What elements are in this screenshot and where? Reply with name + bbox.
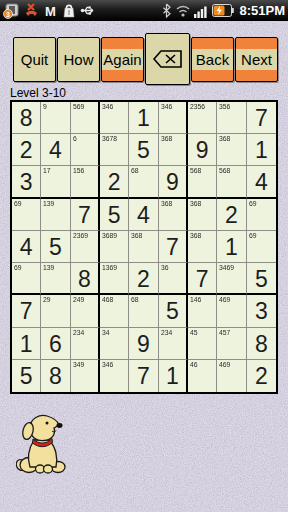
big-digit: 3 bbox=[20, 171, 33, 194]
sudoku-cell-r6c3[interactable]: 8 bbox=[71, 263, 100, 295]
pencil-marks: 368 bbox=[190, 200, 201, 207]
sudoku-cell-r8c3[interactable]: 234 bbox=[71, 328, 100, 360]
sudoku-cell-r8c7[interactable]: 45 bbox=[188, 328, 217, 360]
big-digit: 4 bbox=[49, 139, 62, 162]
next-button[interactable]: Next bbox=[235, 37, 278, 82]
pencil-marks: 139 bbox=[43, 200, 54, 207]
pencil-marks: 368 bbox=[161, 200, 172, 207]
big-digit: 2 bbox=[137, 268, 150, 291]
sudoku-cell-r7c7[interactable]: 146 bbox=[188, 295, 217, 327]
bluetooth-icon bbox=[162, 3, 172, 18]
usb-icon bbox=[80, 3, 96, 18]
dog-eye bbox=[46, 422, 49, 425]
big-digit: 5 bbox=[108, 204, 121, 227]
sudoku-cell-r3c8[interactable]: 568 bbox=[217, 166, 246, 198]
pencil-marks: 68 bbox=[131, 167, 139, 174]
big-digit: 1 bbox=[225, 236, 238, 259]
pencil-marks: 156 bbox=[73, 167, 84, 174]
sudoku-cell-r2c9[interactable]: 1 bbox=[247, 134, 276, 166]
big-digit: 1 bbox=[20, 333, 33, 356]
sudoku-cell-r7c2[interactable]: 29 bbox=[41, 295, 70, 327]
badge-count: 3 bbox=[6, 11, 10, 18]
big-digit: 2 bbox=[108, 171, 121, 194]
sudoku-cell-r4c6[interactable]: 368 bbox=[159, 199, 188, 231]
sudoku-cell-r6c5[interactable]: 2 bbox=[129, 263, 158, 295]
pencil-marks: 457 bbox=[219, 329, 230, 336]
big-digit: 7 bbox=[137, 365, 150, 388]
status-right-icons: 8:51PM bbox=[162, 3, 285, 18]
sudoku-cell-r5c2[interactable]: 5 bbox=[41, 231, 70, 263]
sudoku-cell-r9c5[interactable]: 7 bbox=[129, 360, 158, 392]
sudoku-cell-r5c1[interactable]: 4 bbox=[12, 231, 41, 263]
pencil-marks: 368 bbox=[190, 232, 201, 239]
sudoku-cell-r8c4[interactable]: 34 bbox=[100, 328, 129, 360]
sudoku-cell-r1c8[interactable]: 356 bbox=[217, 102, 246, 134]
pencil-marks: 368 bbox=[131, 232, 142, 239]
sudoku-cell-r1c7[interactable]: 2356 bbox=[188, 102, 217, 134]
big-digit: 1 bbox=[255, 139, 268, 162]
pencil-marks: 68 bbox=[131, 296, 139, 303]
dog-nose bbox=[57, 423, 63, 428]
big-digit: 7 bbox=[196, 268, 209, 291]
big-digit: 8 bbox=[49, 365, 62, 388]
toolbar: QuitHowAgainBackNext bbox=[13, 33, 279, 85]
sudoku-cell-r7c3[interactable]: 249 bbox=[71, 295, 100, 327]
pencil-marks: 249 bbox=[73, 296, 84, 303]
big-digit: 9 bbox=[166, 171, 179, 194]
sudoku-cell-r8c2[interactable]: 6 bbox=[41, 328, 70, 360]
sudoku-cell-r2c2[interactable]: 4 bbox=[41, 134, 70, 166]
big-digit: 5 bbox=[166, 300, 179, 323]
sudoku-cell-r5c3[interactable]: 2369 bbox=[71, 231, 100, 263]
big-digit: 7 bbox=[166, 236, 179, 259]
sudoku-cell-r9c6[interactable]: 1 bbox=[159, 360, 188, 392]
big-digit: 4 bbox=[20, 236, 33, 259]
pencil-marks: 356 bbox=[219, 103, 230, 110]
pencil-marks: 36 bbox=[161, 264, 169, 271]
pencil-marks: 69 bbox=[14, 200, 22, 207]
big-digit: 5 bbox=[20, 365, 33, 388]
big-digit: 1 bbox=[166, 365, 179, 388]
sudoku-cell-r7c9[interactable]: 3 bbox=[247, 295, 276, 327]
sudoku-cell-r5c4[interactable]: 3689 bbox=[100, 231, 129, 263]
svg-text:M: M bbox=[45, 4, 56, 19]
dog-mascot bbox=[16, 412, 68, 474]
big-digit: 5 bbox=[137, 139, 150, 162]
status-bar: 3 M bbox=[0, 0, 288, 21]
wifi-icon bbox=[175, 4, 191, 18]
pencil-marks: 346 bbox=[102, 103, 113, 110]
sudoku-cell-r6c2[interactable]: 139 bbox=[41, 263, 70, 295]
sudoku-cell-r2c5[interactable]: 5 bbox=[129, 134, 158, 166]
backspace-button[interactable] bbox=[145, 33, 190, 85]
sudoku-cell-r3c4[interactable]: 2 bbox=[100, 166, 129, 198]
big-digit: 3 bbox=[255, 300, 268, 323]
signal-strength-icon bbox=[194, 4, 209, 18]
big-digit: 5 bbox=[255, 268, 268, 291]
sudoku-cell-r4c4[interactable]: 5 bbox=[100, 199, 129, 231]
sudoku-cell-r6c4[interactable]: 1369 bbox=[100, 263, 129, 295]
pencil-marks: 69 bbox=[249, 232, 257, 239]
sudoku-cell-r5c7[interactable]: 368 bbox=[188, 231, 217, 263]
sudoku-cell-r2c8[interactable]: 368 bbox=[217, 134, 246, 166]
big-digit: 2 bbox=[225, 204, 238, 227]
pencil-marks: 568 bbox=[190, 167, 201, 174]
big-digit: 1 bbox=[137, 107, 150, 130]
pencil-marks: 3689 bbox=[102, 232, 117, 239]
sudoku-cell-r1c2[interactable]: 9 bbox=[41, 102, 70, 134]
sudoku-cell-r3c7[interactable]: 568 bbox=[188, 166, 217, 198]
big-digit: 8 bbox=[255, 333, 268, 356]
sudoku-cell-r1c9[interactable]: 7 bbox=[247, 102, 276, 134]
sudoku-cell-r7c1[interactable]: 7 bbox=[12, 295, 41, 327]
sudoku-cell-r8c8[interactable]: 457 bbox=[217, 328, 246, 360]
big-digit: 4 bbox=[255, 171, 268, 194]
sudoku-cell-r1c4[interactable]: 346 bbox=[100, 102, 129, 134]
sudoku-cell-r9c4[interactable]: 346 bbox=[100, 360, 129, 392]
pencil-marks: 346 bbox=[102, 361, 113, 368]
sudoku-cell-r6c9[interactable]: 5 bbox=[247, 263, 276, 295]
market-bag-icon bbox=[62, 3, 76, 19]
big-digit: 7 bbox=[20, 300, 33, 323]
sudoku-cell-r4c1[interactable]: 69 bbox=[12, 199, 41, 231]
pencil-marks: 569 bbox=[73, 103, 84, 110]
pencil-marks: 368 bbox=[161, 135, 172, 142]
pencil-marks: 568 bbox=[219, 167, 230, 174]
sudoku-cell-r1c1[interactable]: 8 bbox=[12, 102, 41, 134]
pencil-marks: 146 bbox=[190, 296, 201, 303]
pencil-marks: 46 bbox=[190, 361, 198, 368]
pencil-marks: 368 bbox=[219, 135, 230, 142]
sudoku-cell-r7c5[interactable]: 68 bbox=[129, 295, 158, 327]
sudoku-cell-r8c6[interactable]: 234 bbox=[159, 328, 188, 360]
level-label: Level 3-10 bbox=[10, 86, 66, 100]
status-left-icons: 3 M bbox=[3, 3, 96, 19]
sudoku-cell-r3c3[interactable]: 156 bbox=[71, 166, 100, 198]
sudoku-cell-r7c4[interactable]: 468 bbox=[100, 295, 129, 327]
sudoku-cell-r9c8[interactable]: 469 bbox=[217, 360, 246, 392]
pencil-marks: 468 bbox=[102, 296, 113, 303]
sudoku-cell-r1c5[interactable]: 1 bbox=[129, 102, 158, 134]
sudoku-cell-r3c9[interactable]: 4 bbox=[247, 166, 276, 198]
big-digit: 7 bbox=[78, 204, 91, 227]
sudoku-cell-r4c7[interactable]: 368 bbox=[188, 199, 217, 231]
gmail-icon: M bbox=[43, 3, 58, 18]
sudoku-cell-r7c6[interactable]: 5 bbox=[159, 295, 188, 327]
sudoku-cell-r8c5[interactable]: 9 bbox=[129, 328, 158, 360]
pencil-marks: 234 bbox=[161, 329, 172, 336]
sudoku-cell-r3c5[interactable]: 68 bbox=[129, 166, 158, 198]
clock: 8:51PM bbox=[239, 3, 285, 18]
sudoku-cell-r2c6[interactable]: 368 bbox=[159, 134, 188, 166]
pencil-marks: 1369 bbox=[102, 264, 117, 271]
pencil-marks: 29 bbox=[43, 296, 51, 303]
sudoku-cell-r3c1[interactable]: 3 bbox=[12, 166, 41, 198]
sudoku-cell-r2c1[interactable]: 2 bbox=[12, 134, 41, 166]
sudoku-cell-r4c8[interactable]: 2 bbox=[217, 199, 246, 231]
big-digit: 9 bbox=[196, 139, 209, 162]
sudoku-cell-r7c8[interactable]: 469 bbox=[217, 295, 246, 327]
sudoku-cell-r5c6[interactable]: 7 bbox=[159, 231, 188, 263]
pencil-marks: 6 bbox=[73, 135, 77, 142]
sudoku-cell-r3c2[interactable]: 17 bbox=[41, 166, 70, 198]
big-digit: 2 bbox=[20, 139, 33, 162]
back-button[interactable]: Back bbox=[191, 37, 234, 82]
pencil-marks: 234 bbox=[73, 329, 84, 336]
pencil-marks: 2356 bbox=[190, 103, 205, 110]
pencil-marks: 2369 bbox=[73, 232, 88, 239]
sudoku-cell-r1c6[interactable]: 346 bbox=[159, 102, 188, 134]
pencil-marks: 17 bbox=[43, 167, 51, 174]
pencil-marks: 469 bbox=[219, 296, 230, 303]
pencil-marks: 346 bbox=[161, 103, 172, 110]
battery-charging-icon bbox=[212, 4, 234, 17]
again-button[interactable]: Again bbox=[101, 37, 144, 82]
sudoku-cell-r4c3[interactable]: 7 bbox=[71, 199, 100, 231]
sudoku-cell-r9c1[interactable]: 5 bbox=[12, 360, 41, 392]
sudoku-cell-r5c5[interactable]: 368 bbox=[129, 231, 158, 263]
pencil-marks: 69 bbox=[14, 264, 22, 271]
sudoku-cell-r2c7[interactable]: 9 bbox=[188, 134, 217, 166]
sudoku-cell-r9c2[interactable]: 8 bbox=[41, 360, 70, 392]
sudoku-cell-r8c9[interactable]: 8 bbox=[247, 328, 276, 360]
pencil-marks: 9 bbox=[43, 103, 47, 110]
big-digit: 2 bbox=[255, 365, 268, 388]
pencil-marks: 45 bbox=[190, 329, 198, 336]
app-notification-badge-icon: 3 bbox=[3, 3, 20, 19]
big-digit: 5 bbox=[49, 236, 62, 259]
quit-button[interactable]: Quit bbox=[13, 37, 56, 82]
big-digit: 9 bbox=[137, 333, 150, 356]
sudoku-cell-r6c6[interactable]: 36 bbox=[159, 263, 188, 295]
sudoku-cell-r8c1[interactable]: 1 bbox=[12, 328, 41, 360]
pencil-marks: 3469 bbox=[219, 264, 234, 271]
how-button[interactable]: How bbox=[57, 37, 100, 82]
sudoku-cell-r6c8[interactable]: 3469 bbox=[217, 263, 246, 295]
sudoku-cell-r6c7[interactable]: 7 bbox=[188, 263, 217, 295]
big-digit: 7 bbox=[255, 107, 268, 130]
sudoku-cell-r4c9[interactable]: 69 bbox=[247, 199, 276, 231]
sudoku-cell-r9c9[interactable]: 2 bbox=[247, 360, 276, 392]
pencil-marks: 469 bbox=[219, 361, 230, 368]
pencil-marks: 69 bbox=[249, 200, 257, 207]
sudoku-board: 8956934613462356356724636785368936813171… bbox=[10, 100, 278, 394]
sudoku-cell-r3c6[interactable]: 9 bbox=[159, 166, 188, 198]
pencil-marks: 34 bbox=[102, 329, 110, 336]
sudoku-cell-r6c1[interactable]: 69 bbox=[12, 263, 41, 295]
sudoku-cell-r5c9[interactable]: 69 bbox=[247, 231, 276, 263]
big-digit: 4 bbox=[137, 204, 150, 227]
sudoku-cell-r9c3[interactable]: 349 bbox=[71, 360, 100, 392]
big-digit: 8 bbox=[78, 268, 91, 291]
sudoku-cell-r1c3[interactable]: 569 bbox=[71, 102, 100, 134]
sudoku-cell-r9c7[interactable]: 46 bbox=[188, 360, 217, 392]
sudoku-cell-r2c3[interactable]: 6 bbox=[71, 134, 100, 166]
big-digit: 8 bbox=[20, 107, 33, 130]
pencil-marks: 349 bbox=[73, 361, 84, 368]
backspace-icon bbox=[153, 50, 183, 68]
sudoku-cell-r5c8[interactable]: 1 bbox=[217, 231, 246, 263]
sudoku-cell-r4c2[interactable]: 139 bbox=[41, 199, 70, 231]
big-digit: 6 bbox=[49, 333, 62, 356]
sudoku-cell-r4c5[interactable]: 4 bbox=[129, 199, 158, 231]
pencil-marks: 3678 bbox=[102, 135, 117, 142]
missed-call-icon bbox=[24, 3, 39, 18]
pencil-marks: 139 bbox=[43, 264, 54, 271]
sudoku-cell-r2c4[interactable]: 3678 bbox=[100, 134, 129, 166]
